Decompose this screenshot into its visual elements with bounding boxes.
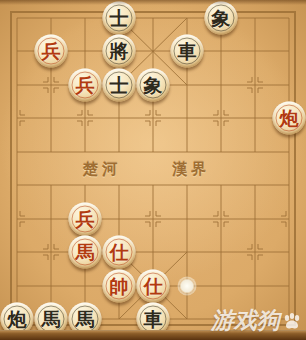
piece-glyph: 仕 <box>144 277 163 296</box>
piece-glyph: 車 <box>144 310 163 329</box>
piece-glyph: 車 <box>178 42 197 61</box>
piece-glyph: 士 <box>110 9 129 28</box>
table-edge <box>0 330 306 340</box>
piece-glyph: 帥 <box>110 277 129 296</box>
piece-black-chariot[interactable]: 車 <box>171 35 204 68</box>
piece-glyph: 炮 <box>280 109 299 128</box>
piece-glyph: 馬 <box>76 243 95 262</box>
piece-red-cannon[interactable]: 炮 <box>273 102 306 135</box>
piece-red-pawn[interactable]: 兵 <box>69 69 102 102</box>
piece-black-elephant[interactable]: 象 <box>137 69 170 102</box>
piece-glyph: 象 <box>212 9 231 28</box>
xiangqi-board: 楚河 漢界 士象兵將車兵士象炮兵馬仕帥仕炮馬馬車 游戏狗 <box>0 0 306 340</box>
piece-glyph: 象 <box>144 76 163 95</box>
river-label-left: 楚河 <box>83 160 121 179</box>
piece-black-general[interactable]: 將 <box>103 35 136 68</box>
piece-glyph: 兵 <box>42 42 61 61</box>
river-label-right: 漢界 <box>172 160 210 179</box>
piece-glyph: 兵 <box>76 210 95 229</box>
piece-glyph: 炮 <box>8 310 27 329</box>
piece-red-pawn[interactable]: 兵 <box>35 35 68 68</box>
piece-red-advisor[interactable]: 仕 <box>103 236 136 269</box>
piece-black-elephant[interactable]: 象 <box>205 2 238 35</box>
piece-glyph: 士 <box>110 76 129 95</box>
piece-glyph: 兵 <box>76 76 95 95</box>
piece-black-advisor[interactable]: 士 <box>103 2 136 35</box>
piece-red-advisor[interactable]: 仕 <box>137 270 170 303</box>
piece-black-advisor[interactable]: 士 <box>103 69 136 102</box>
piece-glyph: 馬 <box>42 310 61 329</box>
piece-red-general[interactable]: 帥 <box>103 270 136 303</box>
piece-red-pawn[interactable]: 兵 <box>69 203 102 236</box>
piece-glyph: 仕 <box>110 243 129 262</box>
move-hint-dot[interactable] <box>180 279 195 294</box>
piece-glyph: 將 <box>110 42 129 61</box>
piece-red-horse[interactable]: 馬 <box>69 236 102 269</box>
piece-glyph: 馬 <box>76 310 95 329</box>
